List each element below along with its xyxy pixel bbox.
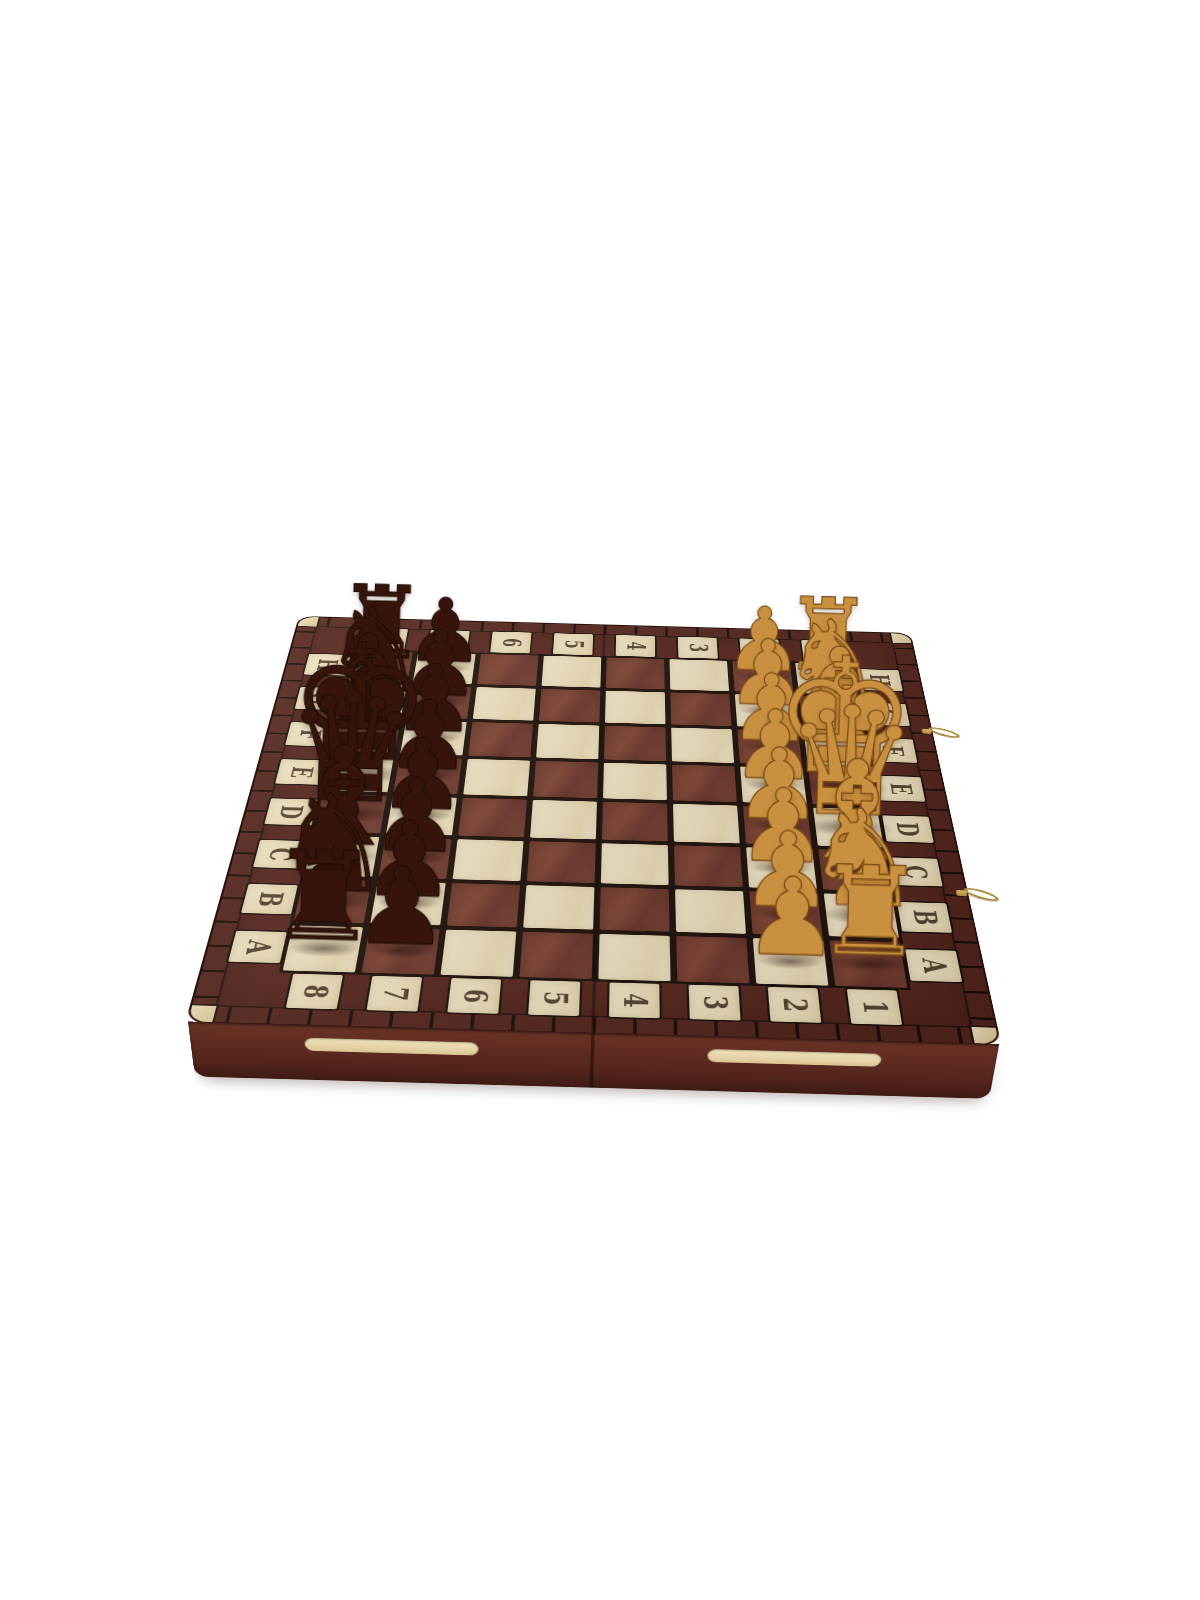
- coord-label: 6: [499, 638, 524, 647]
- label-back-5: 5: [553, 633, 593, 655]
- square-d6: [458, 798, 527, 838]
- label-front-8: 8: [286, 974, 343, 1010]
- square-e5: [533, 761, 598, 798]
- white-pawn-glyph: ♟: [743, 867, 842, 968]
- square-d3: [673, 804, 740, 844]
- coord-label: 4: [619, 993, 650, 1008]
- label-front-6: 6: [447, 978, 501, 1014]
- square-h6: [477, 654, 538, 686]
- square-c6: [453, 839, 524, 881]
- square-f3: [671, 728, 734, 764]
- label-front-4: 4: [609, 982, 660, 1018]
- label-back-6: 6: [490, 632, 531, 654]
- label-front-3: 3: [689, 985, 741, 1021]
- square-h4: [606, 657, 665, 689]
- chess-board: 8877665544332211HHGGFFEEDDCCBBAA ♜♞♝♛♚♝♞…: [188, 617, 999, 1044]
- square-g3: [670, 692, 731, 726]
- square-f4: [604, 726, 666, 761]
- corner-inlay: [188, 1005, 217, 1022]
- square-b6: [447, 883, 520, 927]
- coord-label: 2: [778, 997, 810, 1012]
- square-b4: [600, 887, 670, 932]
- coord-label: 1: [858, 999, 891, 1014]
- handle-inlay-left: [304, 1038, 478, 1056]
- square-b5: [523, 885, 594, 929]
- square-g5: [539, 689, 600, 723]
- coord-label: 8: [298, 984, 332, 999]
- coord-label: 3: [686, 643, 710, 652]
- square-e3: [672, 765, 737, 803]
- coord-label: 5: [561, 640, 585, 649]
- square-e4: [603, 763, 667, 800]
- square-d4: [602, 802, 668, 842]
- square-a6: [441, 930, 517, 977]
- coord-label: 6: [458, 988, 490, 1003]
- square-f6: [468, 722, 533, 757]
- square-e6: [463, 759, 530, 796]
- fold-seam-front: [590, 1033, 595, 1088]
- coord-label: 5: [539, 991, 571, 1006]
- square-g6: [473, 687, 536, 721]
- square-b3: [675, 889, 746, 934]
- coord-label: 4: [623, 641, 647, 650]
- label-back-3: 3: [678, 637, 718, 659]
- square-g4: [605, 691, 665, 725]
- corner-inlay: [971, 1027, 999, 1044]
- square-a3: [676, 936, 749, 983]
- camera-tilt: 8877665544332211HHGGFFEEDDCCBBAA ♜♞♝♛♚♝♞…: [0, 0, 1200, 1600]
- label-front-1: 1: [847, 989, 902, 1025]
- square-d5: [530, 800, 597, 840]
- coord-label: 3: [699, 995, 730, 1010]
- square-c3: [674, 845, 743, 887]
- label-front-7: 7: [367, 976, 423, 1012]
- black-pawn-glyph: ♟: [352, 856, 451, 957]
- product-photo-page: 8877665544332211HHGGFFEEDDCCBBAA ♜♞♝♛♚♝♞…: [0, 0, 1200, 1600]
- handle-inlay-right: [707, 1049, 882, 1067]
- coord-label: 7: [378, 986, 411, 1001]
- square-a4: [598, 934, 670, 981]
- square-c4: [601, 843, 669, 885]
- square-a5: [519, 932, 593, 979]
- label-back-4: 4: [616, 635, 655, 657]
- label-front-2: 2: [768, 987, 822, 1023]
- square-f5: [536, 724, 599, 759]
- square-h5: [542, 656, 602, 688]
- label-front-5: 5: [528, 980, 580, 1016]
- square-h3: [670, 659, 730, 691]
- scene-3d: 8877665544332211HHGGFFEEDDCCBBAA ♜♞♝♛♚♝♞…: [0, 0, 1200, 1600]
- square-c5: [527, 841, 596, 883]
